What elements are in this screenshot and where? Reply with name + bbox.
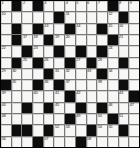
black-cell (44, 69, 54, 79)
black-cell (54, 12, 64, 22)
white-cell[interactable] (129, 46, 139, 56)
white-cell[interactable]: 10 (1, 12, 11, 22)
clue-number: 20 (66, 35, 70, 39)
white-cell[interactable]: 49 (76, 114, 86, 124)
white-cell[interactable] (12, 12, 22, 22)
white-cell[interactable]: 58 (87, 137, 97, 147)
white-cell[interactable]: 12 (108, 12, 118, 22)
white-cell[interactable]: 9 (129, 1, 139, 11)
clue-number: 39 (2, 91, 6, 95)
white-cell[interactable]: 37 (65, 80, 75, 90)
black-cell (65, 24, 75, 34)
crossword-grid: 1234567891011121314151617181920212223242… (0, 0, 140, 148)
white-cell[interactable]: 19 (54, 35, 64, 45)
black-cell (97, 46, 107, 56)
white-cell[interactable] (129, 35, 139, 45)
black-cell (12, 35, 22, 45)
black-cell (33, 1, 43, 11)
white-cell[interactable]: 28 (97, 58, 107, 68)
clue-number: 50 (98, 114, 102, 118)
black-cell (22, 46, 32, 56)
white-cell[interactable]: 24 (108, 46, 118, 56)
white-cell[interactable] (129, 58, 139, 68)
white-cell[interactable]: 55 (108, 125, 118, 135)
clue-number: 46 (108, 103, 112, 107)
white-cell[interactable]: 11 (65, 12, 75, 22)
white-cell[interactable]: 45 (54, 103, 64, 113)
clue-number: 17 (23, 35, 27, 39)
white-cell[interactable] (87, 46, 97, 56)
clue-number: 40 (34, 91, 38, 95)
white-cell[interactable] (87, 80, 97, 90)
white-cell[interactable] (87, 114, 97, 124)
white-cell[interactable] (44, 12, 54, 22)
clue-number: 25 (23, 58, 27, 62)
clue-number: 22 (2, 46, 6, 50)
clue-number: 24 (108, 46, 112, 50)
white-cell[interactable] (87, 35, 97, 45)
white-cell[interactable] (22, 114, 32, 124)
clue-number: 33 (87, 69, 91, 73)
black-cell (12, 1, 22, 11)
white-cell[interactable] (87, 12, 97, 22)
white-cell[interactable]: 27 (76, 58, 86, 68)
white-cell[interactable]: 31 (54, 69, 64, 79)
white-cell[interactable] (119, 103, 129, 113)
white-cell[interactable] (54, 1, 64, 11)
clue-number: 9 (130, 1, 132, 5)
clue-number: 26 (44, 58, 48, 62)
black-cell (108, 114, 118, 124)
white-cell[interactable] (65, 137, 75, 147)
clue-number: 54 (98, 125, 102, 129)
white-cell[interactable]: 56 (1, 137, 11, 147)
clue-number: 37 (66, 80, 70, 84)
white-cell[interactable]: 4 (65, 1, 75, 11)
white-cell[interactable]: 17 (22, 35, 32, 45)
clue-number: 8 (119, 1, 121, 5)
white-cell[interactable]: 43 (119, 91, 129, 101)
white-cell[interactable]: 40 (33, 91, 43, 101)
clue-number: 11 (66, 12, 70, 16)
clue-number: 2 (23, 1, 25, 5)
clue-number: 52 (55, 125, 59, 129)
white-cell[interactable]: 47 (129, 103, 139, 113)
white-cell[interactable] (44, 114, 54, 124)
white-cell[interactable] (1, 58, 11, 68)
white-cell[interactable]: 8 (119, 1, 129, 11)
white-cell[interactable] (129, 125, 139, 135)
clue-number: 34 (108, 69, 112, 73)
white-cell[interactable] (12, 114, 22, 124)
clue-number: 1 (2, 1, 4, 5)
clue-number: 15 (108, 24, 112, 28)
white-cell[interactable]: 44 (1, 103, 11, 113)
white-cell[interactable]: 52 (54, 125, 64, 135)
white-cell[interactable] (119, 46, 129, 56)
clue-number: 10 (2, 12, 6, 16)
white-cell[interactable]: 21 (119, 35, 129, 45)
white-cell[interactable]: 54 (97, 125, 107, 135)
black-cell (12, 125, 22, 135)
black-cell (33, 80, 43, 90)
white-cell[interactable] (129, 137, 139, 147)
white-cell[interactable]: 2 (22, 1, 32, 11)
white-cell[interactable] (12, 137, 22, 147)
white-cell[interactable] (76, 125, 86, 135)
clue-number: 43 (119, 91, 123, 95)
white-cell[interactable] (54, 114, 64, 124)
white-cell[interactable]: 30 (12, 69, 22, 79)
clue-number: 48 (2, 114, 6, 118)
white-cell[interactable] (1, 125, 11, 135)
white-cell[interactable] (129, 80, 139, 90)
clue-number: 27 (76, 58, 80, 62)
clue-number: 55 (108, 125, 112, 129)
clue-number: 44 (2, 103, 6, 107)
white-cell[interactable]: 29 (1, 69, 11, 79)
clue-number: 13 (44, 24, 48, 28)
white-cell[interactable]: 18 (33, 35, 43, 45)
black-cell (44, 35, 54, 45)
white-cell[interactable] (129, 69, 139, 79)
white-cell[interactable] (65, 46, 75, 56)
clue-number: 5 (76, 1, 78, 5)
black-cell (97, 69, 107, 79)
white-cell[interactable]: 14 (76, 24, 86, 34)
white-cell[interactable] (44, 91, 54, 101)
white-cell[interactable] (108, 80, 118, 90)
white-cell[interactable] (12, 91, 22, 101)
white-cell[interactable] (54, 58, 64, 68)
white-cell[interactable]: 23 (33, 46, 43, 56)
black-cell (97, 24, 107, 34)
white-cell[interactable]: 22 (1, 46, 11, 56)
white-cell[interactable]: 6 (87, 1, 97, 11)
clue-number: 18 (34, 35, 38, 39)
crossword-page: 1234567891011121314151617181920212223242… (0, 0, 140, 148)
white-cell[interactable] (22, 69, 32, 79)
white-cell[interactable] (129, 24, 139, 34)
clue-number: 41 (55, 91, 59, 95)
black-cell (87, 125, 97, 135)
clue-number: 53 (66, 125, 70, 129)
black-cell (22, 103, 32, 113)
white-cell[interactable]: 25 (22, 58, 32, 68)
clue-number: 38 (98, 80, 102, 84)
white-cell[interactable]: 51 (119, 114, 129, 124)
clue-number: 31 (55, 69, 59, 73)
white-cell[interactable] (1, 24, 11, 34)
white-cell[interactable] (65, 103, 75, 113)
black-cell (129, 91, 139, 101)
white-cell[interactable]: 48 (1, 114, 11, 124)
black-cell (108, 35, 118, 45)
white-cell[interactable]: 7 (97, 1, 107, 11)
clue-number: 35 (12, 80, 16, 84)
black-cell (1, 80, 11, 90)
white-cell[interactable] (33, 125, 43, 135)
clue-number: 56 (2, 137, 6, 141)
black-cell (12, 58, 22, 68)
white-cell[interactable] (119, 69, 129, 79)
white-cell[interactable]: 5 (76, 1, 86, 11)
black-cell (33, 137, 43, 147)
white-cell[interactable] (76, 12, 86, 22)
black-cell (119, 12, 129, 22)
white-cell[interactable] (54, 24, 64, 34)
clue-number: 58 (87, 137, 91, 141)
clue-number: 16 (119, 24, 123, 28)
white-cell[interactable] (97, 35, 107, 45)
white-cell[interactable]: 36 (44, 80, 54, 90)
black-cell (44, 125, 54, 135)
clue-number: 21 (119, 35, 123, 39)
black-cell (65, 58, 75, 68)
white-cell[interactable] (108, 58, 118, 68)
clue-number: 45 (55, 103, 59, 107)
white-cell[interactable] (33, 12, 43, 22)
white-cell[interactable] (22, 12, 32, 22)
black-cell (12, 24, 22, 34)
clue-number: 14 (76, 24, 80, 28)
white-cell[interactable]: 50 (97, 114, 107, 124)
clue-number: 12 (108, 12, 112, 16)
clue-number: 32 (66, 69, 70, 73)
white-cell[interactable] (87, 91, 97, 101)
clue-number: 30 (12, 69, 16, 73)
black-cell (54, 46, 64, 56)
white-cell[interactable]: 46 (108, 103, 118, 113)
black-cell (54, 80, 64, 90)
white-cell[interactable] (22, 137, 32, 147)
black-cell (33, 58, 43, 68)
white-cell[interactable]: 41 (54, 91, 64, 101)
white-cell[interactable]: 35 (12, 80, 22, 90)
black-cell (97, 103, 107, 113)
white-cell[interactable] (33, 114, 43, 124)
black-cell (44, 103, 54, 113)
white-cell[interactable] (129, 12, 139, 22)
white-cell[interactable]: 16 (119, 24, 129, 34)
clue-number: 49 (76, 114, 80, 118)
white-cell[interactable] (22, 80, 32, 90)
clue-number: 19 (55, 35, 59, 39)
black-cell (65, 91, 75, 101)
clue-number: 36 (44, 80, 48, 84)
white-cell[interactable] (54, 137, 64, 147)
white-cell[interactable]: 39 (1, 91, 11, 101)
white-cell[interactable] (1, 35, 11, 45)
white-cell[interactable] (119, 137, 129, 147)
black-cell (76, 137, 86, 147)
white-cell[interactable] (76, 35, 86, 45)
white-cell[interactable] (97, 137, 107, 147)
white-cell[interactable]: 57 (44, 137, 54, 147)
white-cell[interactable] (129, 114, 139, 124)
clue-number: 3 (44, 1, 46, 5)
clue-number: 29 (2, 69, 6, 73)
white-cell[interactable] (76, 80, 86, 90)
white-cell[interactable] (108, 137, 118, 147)
black-cell (76, 103, 86, 113)
black-cell (119, 80, 129, 90)
white-cell[interactable] (33, 103, 43, 113)
white-cell[interactable] (44, 46, 54, 56)
white-cell[interactable]: 42 (76, 91, 86, 101)
clue-number: 42 (76, 91, 80, 95)
white-cell[interactable]: 33 (87, 69, 97, 79)
white-cell[interactable]: 20 (65, 35, 75, 45)
black-cell (87, 58, 97, 68)
black-cell (22, 125, 32, 135)
black-cell (119, 125, 129, 135)
clue-number: 4 (66, 1, 68, 5)
white-cell[interactable]: 15 (108, 24, 118, 34)
white-cell[interactable] (22, 24, 32, 34)
white-cell[interactable]: 34 (108, 69, 118, 79)
clue-number: 7 (98, 1, 100, 5)
white-cell[interactable] (97, 12, 107, 22)
black-cell (119, 58, 129, 68)
white-cell[interactable]: 53 (65, 125, 75, 135)
white-cell[interactable] (12, 103, 22, 113)
white-cell[interactable] (108, 91, 118, 101)
white-cell[interactable] (76, 69, 86, 79)
white-cell[interactable]: 26 (44, 58, 54, 68)
white-cell[interactable] (33, 69, 43, 79)
black-cell (108, 1, 118, 11)
white-cell[interactable]: 1 (1, 1, 11, 11)
white-cell[interactable] (12, 46, 22, 56)
white-cell[interactable] (97, 91, 107, 101)
white-cell[interactable]: 32 (65, 69, 75, 79)
white-cell[interactable]: 38 (97, 80, 107, 90)
clue-number: 23 (34, 46, 38, 50)
white-cell[interactable] (87, 103, 97, 113)
white-cell[interactable]: 13 (44, 24, 54, 34)
black-cell (33, 24, 43, 34)
white-cell[interactable]: 3 (44, 1, 54, 11)
black-cell (65, 114, 75, 124)
clue-number: 51 (119, 114, 123, 118)
white-cell[interactable] (87, 24, 97, 34)
clue-number: 47 (130, 103, 134, 107)
clue-number: 6 (87, 1, 89, 5)
black-cell (76, 46, 86, 56)
white-cell[interactable] (22, 91, 32, 101)
clue-number: 28 (98, 58, 102, 62)
clue-number: 57 (44, 137, 48, 141)
